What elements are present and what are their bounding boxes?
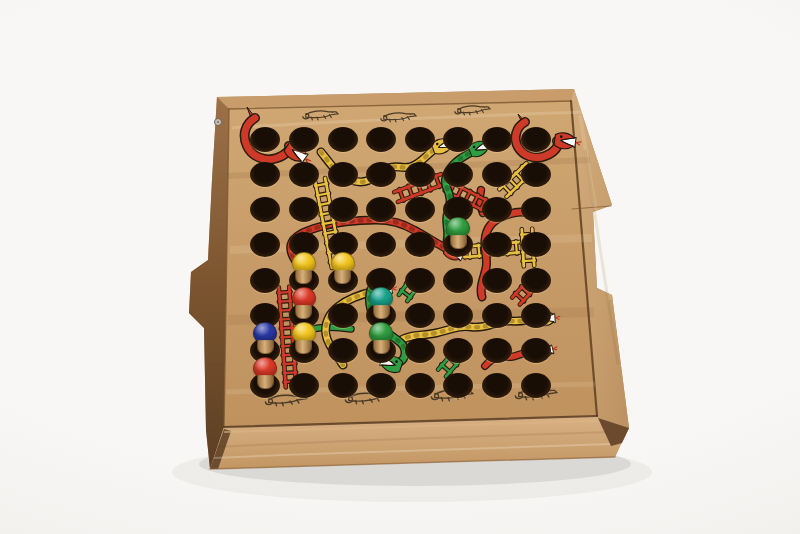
cell-r8c7 — [478, 368, 517, 403]
cell-r1c4 — [362, 122, 401, 157]
peg-hole — [521, 373, 551, 398]
cell-r3c3 — [323, 192, 362, 227]
cell-r7c8 — [516, 333, 555, 368]
peg-hole — [482, 303, 512, 328]
peg-hole — [405, 338, 435, 363]
board-grid — [246, 122, 555, 403]
peg-hole — [521, 162, 551, 187]
cell-r1c7 — [478, 122, 517, 157]
cell-r5c5 — [401, 263, 440, 298]
peg-hole — [366, 232, 396, 257]
peg-hole — [521, 232, 551, 257]
cell-r3c2 — [285, 192, 324, 227]
peg-hole — [328, 303, 358, 328]
cell-r5c3 — [323, 263, 362, 298]
cell-r3c5 — [401, 192, 440, 227]
cell-r4c4 — [362, 227, 401, 262]
peg-hole — [482, 232, 512, 257]
peg-wood-body — [257, 340, 274, 354]
peg-hole — [289, 197, 319, 222]
peg-hole — [443, 338, 473, 363]
cell-r2c3 — [323, 157, 362, 192]
cell-r1c8 — [516, 122, 555, 157]
peg-hole — [405, 373, 435, 398]
peg-wood-body — [295, 340, 312, 354]
cell-r5c6 — [439, 263, 478, 298]
peg-hole — [289, 373, 319, 398]
peg-hole — [289, 162, 319, 187]
peg-hole — [405, 232, 435, 257]
peg-hole — [521, 268, 551, 293]
peg-hole — [521, 127, 551, 152]
peg-hole — [405, 127, 435, 152]
cell-r3c4 — [362, 192, 401, 227]
cell-r8c5 — [401, 368, 440, 403]
peg-hole — [443, 127, 473, 152]
cell-r3c1 — [246, 192, 285, 227]
cell-r2c1 — [246, 157, 285, 192]
peg-teal[interactable] — [369, 287, 393, 321]
peg-hole — [366, 373, 396, 398]
cell-r6c8 — [516, 298, 555, 333]
peg-hole — [289, 127, 319, 152]
cell-r6c5 — [401, 298, 440, 333]
cell-r4c8 — [516, 227, 555, 262]
cell-r8c8 — [516, 368, 555, 403]
peg-hole — [482, 162, 512, 187]
peg-wood-body — [450, 235, 467, 249]
cell-r2c7 — [478, 157, 517, 192]
peg-hole — [443, 373, 473, 398]
peg-hole — [521, 338, 551, 363]
cell-r8c4 — [362, 368, 401, 403]
peg-green[interactable] — [369, 322, 393, 356]
peg-hole — [328, 197, 358, 222]
cell-r4c6 — [439, 227, 478, 262]
cell-r2c6 — [439, 157, 478, 192]
peg-hole — [366, 197, 396, 222]
cell-r4c5 — [401, 227, 440, 262]
cell-r7c4 — [362, 333, 401, 368]
cell-r4c1 — [246, 227, 285, 262]
peg-hole — [482, 268, 512, 293]
cell-r3c7 — [478, 192, 517, 227]
cell-r2c5 — [401, 157, 440, 192]
peg-yellow[interactable] — [331, 252, 355, 286]
peg-hole — [443, 268, 473, 293]
cell-r1c5 — [401, 122, 440, 157]
peg-wood-body — [373, 340, 390, 354]
peg-hole — [405, 303, 435, 328]
cell-r1c2 — [285, 122, 324, 157]
cell-r7c2 — [285, 333, 324, 368]
peg-hole — [328, 162, 358, 187]
peg-blue[interactable] — [253, 322, 277, 356]
cell-r5c8 — [516, 263, 555, 298]
peg-green[interactable] — [446, 217, 470, 251]
cell-r8c1 — [246, 368, 285, 403]
peg-hole — [366, 162, 396, 187]
peg-wood-body — [334, 270, 351, 284]
metal-pin-center — [217, 121, 219, 123]
peg-wood-body — [295, 305, 312, 319]
peg-hole — [366, 127, 396, 152]
cell-r6c3 — [323, 298, 362, 333]
peg-wood-body — [295, 270, 312, 284]
cell-r7c3 — [323, 333, 362, 368]
cell-r5c7 — [478, 263, 517, 298]
peg-hole — [482, 197, 512, 222]
peg-hole — [482, 373, 512, 398]
peg-hole — [521, 197, 551, 222]
peg-hole — [521, 303, 551, 328]
peg-hole — [443, 162, 473, 187]
peg-hole — [405, 268, 435, 293]
cell-r2c4 — [362, 157, 401, 192]
cell-r6c6 — [439, 298, 478, 333]
cell-r8c2 — [285, 368, 324, 403]
peg-hole — [443, 303, 473, 328]
cell-r1c3 — [323, 122, 362, 157]
cell-r8c6 — [439, 368, 478, 403]
cell-r7c6 — [439, 333, 478, 368]
peg-hole — [328, 373, 358, 398]
cell-r2c8 — [516, 157, 555, 192]
box-left-wall — [189, 97, 229, 469]
peg-hole — [482, 127, 512, 152]
cell-r3c8 — [516, 192, 555, 227]
peg-hole — [250, 268, 280, 293]
peg-hole — [250, 197, 280, 222]
peg-red[interactable] — [253, 358, 277, 392]
peg-hole — [328, 338, 358, 363]
peg-hole — [328, 127, 358, 152]
peg-hole — [250, 162, 280, 187]
peg-red[interactable] — [292, 287, 316, 321]
peg-yellow[interactable] — [292, 322, 316, 356]
cell-r1c6 — [439, 122, 478, 157]
peg-hole — [250, 127, 280, 152]
cell-r5c1 — [246, 263, 285, 298]
peg-hole — [482, 338, 512, 363]
cell-r2c2 — [285, 157, 324, 192]
cell-r4c7 — [478, 227, 517, 262]
peg-hole — [405, 197, 435, 222]
peg-hole — [405, 162, 435, 187]
cell-r7c5 — [401, 333, 440, 368]
peg-yellow[interactable] — [292, 252, 316, 286]
cell-r1c1 — [246, 122, 285, 157]
peg-hole — [250, 232, 280, 257]
cell-r6c7 — [478, 298, 517, 333]
peg-wood-body — [257, 376, 274, 390]
peg-wood-body — [373, 305, 390, 319]
cell-r7c7 — [478, 333, 517, 368]
cell-r8c3 — [323, 368, 362, 403]
